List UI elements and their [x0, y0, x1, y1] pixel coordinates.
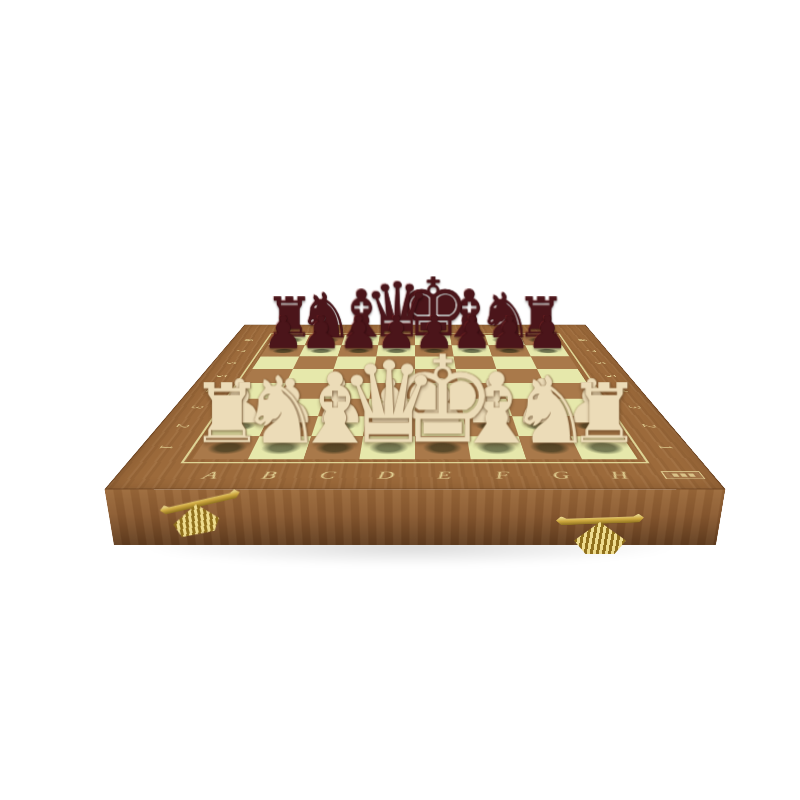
square-d1: ♛ — [359, 436, 415, 459]
piece-glyph: ♟ — [262, 315, 303, 351]
piece-glyph: ♛ — [338, 358, 439, 448]
play-area: ♜♞♝♛♚♝♞♜♟♟♟♟♟♟♟♟♟♟♟♟♟♟♟♟♜♞♝♛♚♝♞♜ — [192, 335, 637, 459]
piece-glyph: ♟ — [300, 315, 341, 351]
board-frame: ♜♞♝♛♚♝♞♜♟♟♟♟♟♟♟♟♟♟♟♟♟♟♟♟♜♞♝♛♚♝♞♜ ABCDEFG… — [105, 325, 726, 489]
photo-canvas: ♜♞♝♛♚♝♞♜♟♟♟♟♟♟♟♟♟♟♟♟♟♟♟♟♜♞♝♛♚♝♞♜ ABCDEFG… — [0, 0, 800, 800]
maker-stamp-icon — [660, 471, 706, 479]
square-a1: ♜ — [192, 436, 259, 459]
file-label: D — [355, 467, 415, 485]
rank-label: 8 — [228, 337, 269, 343]
piece-glyph: ♜ — [189, 382, 263, 448]
clasp-fan — [574, 522, 626, 554]
rank-label: 1 — [132, 440, 196, 454]
file-label: G — [529, 467, 595, 485]
rank-label: 8 — [562, 337, 603, 343]
piece-glyph: ♟ — [527, 315, 568, 351]
rank-label: 1 — [633, 440, 697, 454]
rank-label: 7 — [569, 347, 612, 354]
brass-clasp-right-icon — [556, 515, 644, 554]
piece-glyph: ♜ — [566, 382, 640, 448]
square-h1: ♜ — [571, 436, 638, 459]
file-label: F — [472, 467, 535, 485]
file-label: C — [295, 467, 358, 485]
file-label: H — [586, 467, 655, 485]
chess-board: ♜♞♝♛♚♝♞♜♟♟♟♟♟♟♟♟♟♟♟♟♟♟♟♟♜♞♝♛♚♝♞♜ ABCDEFG… — [105, 325, 726, 489]
file-label: A — [175, 467, 244, 485]
file-label: B — [235, 467, 301, 485]
rank-label: 7 — [218, 347, 261, 354]
file-labels-front: ABCDEFGH — [175, 467, 654, 485]
file-label: E — [415, 467, 475, 485]
